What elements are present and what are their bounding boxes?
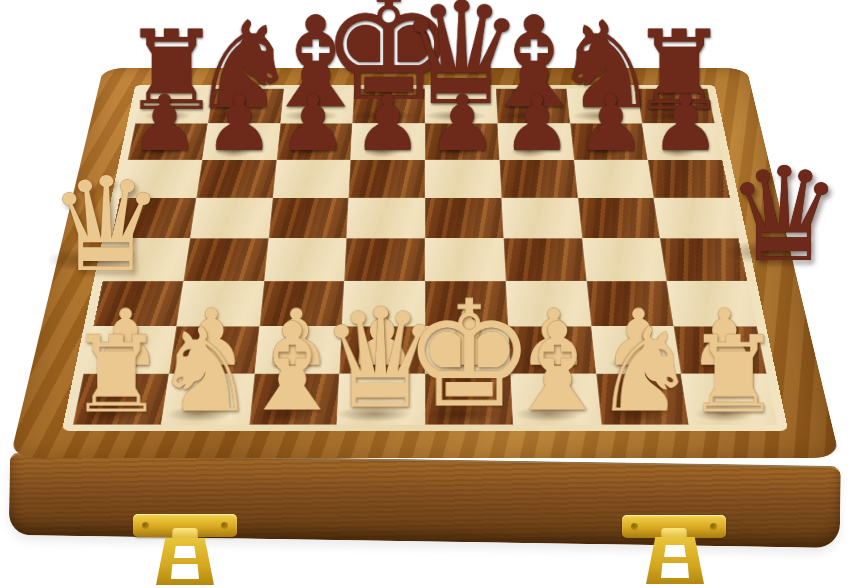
square-d7: ♟ xyxy=(351,123,425,159)
square-c6 xyxy=(272,160,350,198)
piece-black-pawn-g7: ♟ xyxy=(577,85,646,162)
piece-black-pawn-c7: ♟ xyxy=(279,85,348,162)
square-g6 xyxy=(574,160,654,198)
square-c7: ♟ xyxy=(276,123,352,159)
square-c5 xyxy=(268,198,348,238)
square-e5 xyxy=(425,198,503,238)
piece-black-pawn-b7: ♟ xyxy=(204,85,273,162)
square-b5 xyxy=(190,198,273,238)
square-g1: ♞ xyxy=(596,374,689,425)
square-b6 xyxy=(196,160,276,198)
square-c4 xyxy=(264,238,347,281)
square-f7: ♟ xyxy=(497,123,573,159)
extra-white-queen: ♛ xyxy=(48,160,165,290)
square-f5 xyxy=(501,198,581,238)
chess-set-photo: ♜♞♝♚♛♝♞♜♟♟♟♟♟♟♟♟♟♟♟♟♟♟♟♟♜♞♝♛♚♝♞♜ ♛ ♛ xyxy=(0,0,850,588)
square-b7: ♟ xyxy=(202,123,280,159)
piece-white-knight-g1: ♞ xyxy=(594,312,698,428)
square-e7: ♟ xyxy=(425,123,499,159)
board-grid: ♜♞♝♚♛♝♞♜♟♟♟♟♟♟♟♟♟♟♟♟♟♟♟♟♜♞♝♛♚♝♞♜ xyxy=(73,89,777,425)
square-g4 xyxy=(582,238,667,281)
extra-black-queen: ♛ xyxy=(726,150,843,280)
square-d5 xyxy=(347,198,425,238)
piece-black-pawn-h7: ♟ xyxy=(651,85,720,162)
piece-white-rook-h1: ♜ xyxy=(686,322,781,428)
square-h1: ♜ xyxy=(681,374,777,425)
piece-black-pawn-f7: ♟ xyxy=(502,85,571,162)
piece-black-pawn-e7: ♟ xyxy=(428,85,497,162)
square-d6 xyxy=(349,160,425,198)
square-g7: ♟ xyxy=(570,123,648,159)
piece-white-rook-a1: ♜ xyxy=(69,322,164,428)
square-h6 xyxy=(648,160,730,198)
square-h7: ♟ xyxy=(642,123,722,159)
piece-black-pawn-d7: ♟ xyxy=(353,85,422,162)
square-g5 xyxy=(578,198,661,238)
square-f6 xyxy=(499,160,577,198)
square-f1: ♝ xyxy=(510,374,601,425)
board-margin-inlay: ♜♞♝♚♛♝♞♜♟♟♟♟♟♟♟♟♟♟♟♟♟♟♟♟♜♞♝♛♚♝♞♜ xyxy=(62,85,788,431)
square-e1: ♚ xyxy=(425,374,513,425)
square-e6 xyxy=(425,160,501,198)
square-b4 xyxy=(183,238,268,281)
